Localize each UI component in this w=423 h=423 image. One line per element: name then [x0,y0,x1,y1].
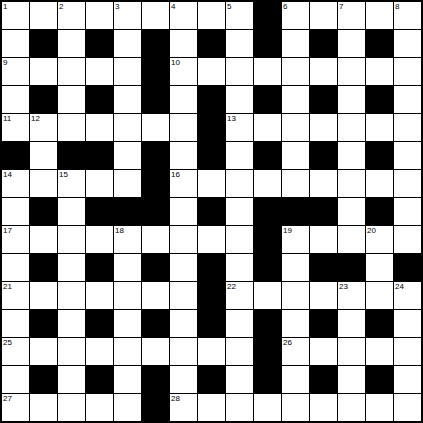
white-square[interactable] [30,142,57,169]
clue-number: 22 [227,282,236,291]
white-square[interactable] [198,170,225,197]
black-square [30,30,57,57]
white-square[interactable] [198,338,225,365]
black-square [366,310,393,337]
white-square[interactable] [394,114,421,141]
white-square[interactable] [170,142,197,169]
white-square[interactable] [338,366,365,393]
clue-number: 14 [3,170,12,179]
white-square[interactable]: 9 [2,58,29,85]
white-square[interactable] [338,226,365,253]
black-square [366,366,393,393]
white-square[interactable]: 7 [338,2,365,29]
white-square[interactable] [170,226,197,253]
white-square[interactable] [338,86,365,113]
black-square [254,30,281,57]
white-square[interactable] [114,86,141,113]
black-square [198,30,225,57]
white-square[interactable] [142,226,169,253]
white-square[interactable]: 22 [226,282,253,309]
clue-number: 18 [115,226,124,235]
black-square [394,254,421,281]
white-square[interactable] [310,58,337,85]
white-square[interactable] [226,310,253,337]
white-square[interactable] [282,282,309,309]
white-square[interactable] [114,394,141,421]
black-square [254,338,281,365]
white-square[interactable] [226,30,253,57]
clue-number: 25 [3,338,12,347]
white-square[interactable] [86,2,113,29]
white-square[interactable] [30,58,57,85]
clue-number: 27 [3,394,12,403]
black-square [338,254,365,281]
black-square [254,142,281,169]
white-square[interactable]: 12 [30,114,57,141]
white-square[interactable] [142,114,169,141]
white-square[interactable] [282,366,309,393]
white-square[interactable]: 20 [366,226,393,253]
clue-number: 6 [283,2,287,11]
white-square[interactable]: 24 [394,282,421,309]
white-square[interactable] [58,310,85,337]
clue-number: 4 [171,2,175,11]
white-square[interactable] [170,30,197,57]
clue-number: 20 [367,226,376,235]
black-square [254,2,281,29]
white-square[interactable]: 18 [114,226,141,253]
white-square[interactable] [366,394,393,421]
white-square[interactable] [282,254,309,281]
white-square[interactable] [114,282,141,309]
black-square [366,86,393,113]
white-square[interactable] [170,338,197,365]
white-square[interactable]: 17 [2,226,29,253]
white-square[interactable] [114,58,141,85]
clue-number: 17 [3,226,12,235]
white-square[interactable] [338,170,365,197]
white-square[interactable] [394,366,421,393]
white-square[interactable] [282,30,309,57]
clue-number: 10 [171,58,180,67]
white-square[interactable] [198,58,225,85]
black-square [142,254,169,281]
white-square[interactable] [310,338,337,365]
black-square [254,366,281,393]
white-square[interactable] [86,282,113,309]
white-square[interactable] [2,86,29,113]
white-square[interactable] [282,394,309,421]
black-square [86,254,113,281]
white-square[interactable] [170,254,197,281]
white-square[interactable] [226,226,253,253]
white-square[interactable] [338,58,365,85]
white-square[interactable] [114,170,141,197]
white-square[interactable] [226,142,253,169]
white-square[interactable]: 27 [2,394,29,421]
white-square[interactable] [282,114,309,141]
white-square[interactable] [114,142,141,169]
white-square[interactable] [114,30,141,57]
black-square [254,86,281,113]
white-square[interactable] [282,310,309,337]
white-square[interactable]: 13 [226,114,253,141]
white-square[interactable] [254,114,281,141]
black-square [310,366,337,393]
black-square [254,254,281,281]
clue-number: 19 [283,226,292,235]
white-square[interactable] [114,114,141,141]
black-square [142,310,169,337]
white-square[interactable] [226,198,253,225]
white-square[interactable] [58,338,85,365]
black-square [86,366,113,393]
white-square[interactable] [282,86,309,113]
black-square [198,366,225,393]
white-square[interactable]: 2 [58,2,85,29]
white-square[interactable] [30,338,57,365]
white-square[interactable] [114,366,141,393]
black-square [310,198,337,225]
white-square[interactable] [170,198,197,225]
white-square[interactable] [142,2,169,29]
white-square[interactable] [254,394,281,421]
white-square[interactable]: 14 [2,170,29,197]
black-square [30,198,57,225]
white-square[interactable] [58,254,85,281]
clue-number: 16 [171,170,180,179]
black-square [282,198,309,225]
black-square [142,198,169,225]
white-square[interactable] [310,114,337,141]
black-square [254,198,281,225]
black-square [198,114,225,141]
white-square[interactable] [394,198,421,225]
white-square[interactable] [58,282,85,309]
white-square[interactable] [58,226,85,253]
white-square[interactable]: 10 [170,58,197,85]
white-square[interactable] [394,394,421,421]
white-square[interactable] [198,226,225,253]
white-square[interactable] [338,114,365,141]
black-square [310,310,337,337]
white-square[interactable] [226,170,253,197]
black-square [310,142,337,169]
crossword-board: 1234567891011121314151617181920212223242… [0,0,423,423]
white-square[interactable] [2,30,29,57]
white-square[interactable] [282,170,309,197]
white-square[interactable]: 19 [282,226,309,253]
black-square [198,142,225,169]
white-square[interactable] [86,58,113,85]
black-square [2,142,29,169]
white-square[interactable] [366,114,393,141]
white-square[interactable] [394,310,421,337]
black-square [142,394,169,421]
white-square[interactable] [394,30,421,57]
clue-number: 7 [339,2,343,11]
black-square [142,170,169,197]
white-square[interactable] [30,170,57,197]
white-square[interactable] [226,254,253,281]
white-square[interactable] [58,366,85,393]
clue-number: 2 [59,2,63,11]
white-square[interactable] [254,282,281,309]
white-square[interactable] [338,30,365,57]
clue-number: 1 [3,2,7,11]
white-square[interactable] [226,58,253,85]
clue-number: 12 [31,114,40,123]
white-square[interactable] [198,2,225,29]
white-square[interactable] [2,254,29,281]
white-square[interactable] [394,58,421,85]
white-square[interactable] [394,142,421,169]
black-square [30,366,57,393]
white-square[interactable] [366,338,393,365]
white-square[interactable] [254,58,281,85]
white-square[interactable]: 28 [170,394,197,421]
white-square[interactable] [2,366,29,393]
white-square[interactable] [310,226,337,253]
black-square [310,254,337,281]
black-square [58,142,85,169]
black-square [142,30,169,57]
white-square[interactable] [366,282,393,309]
white-square[interactable] [58,198,85,225]
black-square [366,198,393,225]
white-square[interactable] [58,394,85,421]
white-square[interactable] [282,142,309,169]
clue-number: 28 [171,394,180,403]
white-square[interactable] [338,394,365,421]
white-square[interactable] [86,338,113,365]
white-square[interactable]: 5 [226,2,253,29]
black-square [198,198,225,225]
white-square[interactable]: 1 [2,2,29,29]
white-square[interactable] [394,226,421,253]
white-square[interactable] [58,114,85,141]
black-square [114,198,141,225]
white-square[interactable] [58,30,85,57]
white-square[interactable]: 3 [114,2,141,29]
white-square[interactable] [338,338,365,365]
white-square[interactable] [226,366,253,393]
clue-number: 13 [227,114,236,123]
black-square [198,282,225,309]
white-square[interactable] [198,394,225,421]
black-square [198,254,225,281]
white-square[interactable]: 16 [170,170,197,197]
white-square[interactable] [338,198,365,225]
white-square[interactable] [226,86,253,113]
white-square[interactable] [114,310,141,337]
white-square[interactable] [366,254,393,281]
white-square[interactable] [30,226,57,253]
clue-number: 11 [3,114,11,123]
white-square[interactable]: 11 [2,114,29,141]
white-square[interactable] [170,114,197,141]
black-square [142,142,169,169]
white-square[interactable] [310,394,337,421]
white-square[interactable] [30,2,57,29]
black-square [86,310,113,337]
black-square [198,86,225,113]
white-square[interactable] [58,86,85,113]
white-square[interactable] [310,282,337,309]
clue-number: 8 [395,2,399,11]
white-square[interactable] [58,58,85,85]
clue-number: 26 [283,338,292,347]
black-square [142,366,169,393]
black-square [30,254,57,281]
white-square[interactable] [394,86,421,113]
white-square[interactable]: 25 [2,338,29,365]
white-square[interactable]: 15 [58,170,85,197]
white-square[interactable] [394,170,421,197]
white-square[interactable] [2,198,29,225]
white-square[interactable] [114,254,141,281]
white-square[interactable] [86,114,113,141]
clue-number: 5 [227,2,231,11]
black-square [254,310,281,337]
white-square[interactable] [170,310,197,337]
white-square[interactable] [114,338,141,365]
white-square[interactable]: 21 [2,282,29,309]
white-square[interactable]: 4 [170,2,197,29]
clue-number: 23 [339,282,348,291]
white-square[interactable] [142,282,169,309]
white-square[interactable] [226,394,253,421]
white-square[interactable] [30,282,57,309]
white-square[interactable] [282,58,309,85]
white-square[interactable] [366,170,393,197]
white-square[interactable] [170,282,197,309]
clue-number: 24 [395,282,404,291]
white-square[interactable] [310,170,337,197]
white-square[interactable] [226,338,253,365]
white-square[interactable] [394,338,421,365]
black-square [142,58,169,85]
clue-number: 15 [59,170,68,179]
white-square[interactable] [170,86,197,113]
black-square [198,310,225,337]
white-square[interactable] [338,142,365,169]
white-square[interactable] [254,170,281,197]
white-square[interactable] [86,170,113,197]
white-square[interactable] [366,2,393,29]
black-square [86,86,113,113]
black-square [366,30,393,57]
black-square [366,142,393,169]
white-square[interactable] [86,226,113,253]
clue-number: 9 [3,58,7,67]
black-square [254,226,281,253]
white-square[interactable] [338,310,365,337]
white-square[interactable] [2,310,29,337]
white-square[interactable] [170,366,197,393]
white-square[interactable] [310,2,337,29]
clue-number: 21 [3,282,12,291]
black-square [30,86,57,113]
black-square [30,310,57,337]
black-square [86,30,113,57]
white-square[interactable]: 6 [282,2,309,29]
white-square[interactable] [86,394,113,421]
black-square [86,142,113,169]
black-square [310,86,337,113]
clue-number: 3 [115,2,119,11]
black-square [86,198,113,225]
white-square[interactable] [142,338,169,365]
white-square[interactable] [30,394,57,421]
white-square[interactable]: 26 [282,338,309,365]
black-square [142,86,169,113]
white-square[interactable]: 23 [338,282,365,309]
white-square[interactable] [366,58,393,85]
white-square[interactable]: 8 [394,2,421,29]
black-square [310,30,337,57]
